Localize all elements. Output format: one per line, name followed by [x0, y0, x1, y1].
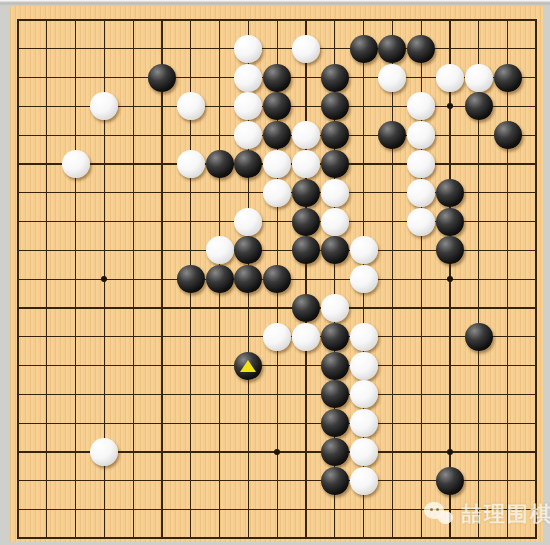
white-stone [177, 150, 205, 178]
grid-line-h-18 [17, 537, 537, 539]
black-stone [234, 236, 262, 264]
white-stone [350, 352, 378, 380]
white-stone [263, 150, 291, 178]
grid-line-v-17 [507, 19, 508, 539]
black-stone [177, 265, 205, 293]
white-stone [62, 150, 90, 178]
black-stone [321, 409, 349, 437]
black-stone [321, 64, 349, 92]
black-stone [321, 150, 349, 178]
grid-line-h-14 [17, 423, 537, 424]
white-stone [378, 64, 406, 92]
black-stone [321, 467, 349, 495]
grid-line-h-12 [17, 365, 537, 366]
black-stone [321, 121, 349, 149]
white-stone [350, 380, 378, 408]
white-stone [436, 64, 464, 92]
star-point [447, 449, 453, 455]
black-stone [321, 323, 349, 351]
white-stone [321, 208, 349, 236]
star-point [447, 103, 453, 109]
white-stone [407, 121, 435, 149]
white-stone [292, 323, 320, 351]
go-diagram-screenshot: 喆理围棋 [0, 0, 550, 545]
grid-line-v-18 [535, 19, 537, 539]
white-stone [350, 467, 378, 495]
black-stone [436, 236, 464, 264]
grid-line-h-10 [17, 307, 537, 308]
white-stone [234, 208, 262, 236]
grid-line-h-17 [17, 509, 537, 510]
black-stone [263, 64, 291, 92]
black-stone [292, 294, 320, 322]
white-stone [321, 294, 349, 322]
white-stone [407, 92, 435, 120]
white-stone [234, 121, 262, 149]
black-stone [292, 236, 320, 264]
white-stone [234, 92, 262, 120]
black-stone [263, 92, 291, 120]
black-stone [263, 265, 291, 293]
white-stone [407, 179, 435, 207]
black-stone [407, 35, 435, 63]
white-stone [263, 323, 291, 351]
black-stone [494, 121, 522, 149]
black-stone [234, 265, 262, 293]
white-stone [350, 265, 378, 293]
white-stone [234, 64, 262, 92]
white-stone [350, 236, 378, 264]
black-stone [436, 208, 464, 236]
white-stone [90, 92, 118, 120]
black-stone [321, 438, 349, 466]
star-point [101, 276, 107, 282]
black-stone [378, 35, 406, 63]
white-stone [350, 438, 378, 466]
black-stone [292, 179, 320, 207]
black-stone [378, 121, 406, 149]
white-stone [465, 64, 493, 92]
white-stone [292, 35, 320, 63]
white-stone [206, 236, 234, 264]
black-stone [321, 236, 349, 264]
grid-line-v-10 [305, 19, 306, 539]
black-stone [465, 323, 493, 351]
white-stone [177, 92, 205, 120]
white-stone [292, 121, 320, 149]
black-stone [494, 64, 522, 92]
black-stone [321, 380, 349, 408]
black-stone [350, 35, 378, 63]
black-stone [321, 352, 349, 380]
white-stone [321, 179, 349, 207]
star-point [447, 276, 453, 282]
black-stone [436, 179, 464, 207]
board-grid-layer [0, 0, 550, 545]
black-stone [465, 92, 493, 120]
triangle-marker [240, 360, 256, 372]
black-stone [263, 121, 291, 149]
white-stone [90, 438, 118, 466]
grid-line-h-13 [17, 394, 537, 395]
white-stone [407, 208, 435, 236]
black-stone [234, 150, 262, 178]
white-stone [350, 409, 378, 437]
white-stone [234, 35, 262, 63]
white-stone [407, 150, 435, 178]
white-stone [263, 179, 291, 207]
black-stone [206, 265, 234, 293]
white-stone [350, 323, 378, 351]
star-point [274, 449, 280, 455]
white-stone [292, 150, 320, 178]
black-stone [206, 150, 234, 178]
black-stone [148, 64, 176, 92]
black-stone [436, 467, 464, 495]
black-stone [292, 208, 320, 236]
grid-line-v-13 [392, 19, 393, 539]
black-stone [321, 92, 349, 120]
